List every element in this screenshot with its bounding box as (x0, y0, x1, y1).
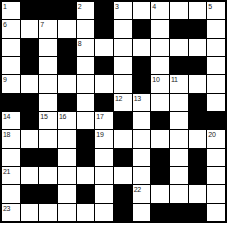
block-r11c5 (77, 185, 95, 202)
cell-r6c8[interactable]: 13 (133, 94, 151, 111)
cell-r2c2[interactable] (21, 20, 39, 37)
block-r7c12 (207, 112, 225, 129)
cell-r7c10[interactable] (170, 112, 188, 129)
cell-r4c12[interactable] (207, 57, 225, 74)
block-r9c3 (39, 149, 57, 166)
cell-r3c3[interactable] (39, 39, 57, 56)
cell-r9c6[interactable] (95, 149, 113, 166)
cell-r2c3[interactable]: 7 (39, 20, 57, 37)
cell-r11c9[interactable] (151, 185, 169, 202)
block-r4c11 (189, 57, 207, 74)
cell-r11c12[interactable] (207, 185, 225, 202)
cell-r8c1[interactable]: 18 (2, 130, 20, 147)
cell-r9c10[interactable] (170, 149, 188, 166)
cell-r8c7[interactable] (114, 130, 132, 147)
clue-number-8: 8 (78, 39, 82, 48)
clue-number-14: 14 (3, 112, 10, 121)
cell-r8c12[interactable]: 20 (207, 130, 225, 147)
clue-number-11: 11 (171, 75, 178, 84)
clue-number-20: 20 (208, 130, 215, 139)
cell-r12c3[interactable] (39, 204, 57, 221)
block-r5c8 (133, 75, 151, 92)
cell-r9c1[interactable] (2, 149, 20, 166)
cell-r12c4[interactable] (58, 204, 76, 221)
crossword-puzzle: 1234567891011121314151617181920212223 (0, 0, 229, 225)
cell-r5c2[interactable] (21, 75, 39, 92)
cell-r7c5[interactable] (77, 112, 95, 129)
clue-number-21: 21 (3, 167, 10, 176)
cell-r12c12[interactable] (207, 204, 225, 221)
cell-r5c6[interactable] (95, 75, 113, 92)
block-r2c8 (133, 20, 151, 37)
cell-r1c12[interactable]: 5 (207, 2, 225, 19)
cell-r9c4[interactable] (58, 149, 76, 166)
clue-number-15: 15 (40, 112, 47, 121)
cell-r5c5[interactable] (77, 75, 95, 92)
cell-r3c10[interactable] (170, 39, 188, 56)
cell-r5c1[interactable]: 9 (2, 75, 20, 92)
cell-r8c4[interactable] (58, 130, 76, 147)
block-r9c2 (21, 149, 39, 166)
cell-r3c5[interactable]: 8 (77, 39, 95, 56)
block-r4c6 (95, 57, 113, 74)
block-r1c4 (58, 2, 76, 19)
block-r11c2 (21, 185, 39, 202)
block-r6c1 (2, 94, 20, 111)
cell-r10c4[interactable] (58, 167, 76, 184)
cell-r3c9[interactable] (151, 39, 169, 56)
block-r4c4 (58, 57, 76, 74)
cell-r6c5[interactable] (77, 94, 95, 111)
clue-number-6: 6 (3, 20, 7, 29)
block-r3c2 (21, 39, 39, 56)
clue-number-13: 13 (134, 94, 141, 103)
cell-r8c11[interactable] (189, 130, 207, 147)
block-r2c11 (189, 20, 207, 37)
cell-r4c3[interactable] (39, 57, 57, 74)
block-r2c6 (95, 20, 113, 37)
block-r4c8 (133, 57, 151, 74)
block-r11c7 (114, 185, 132, 202)
cell-r8c6[interactable]: 19 (95, 130, 113, 147)
cell-r6c12[interactable] (207, 94, 225, 111)
cell-r2c4[interactable] (58, 20, 76, 37)
block-r6c4 (58, 94, 76, 111)
cell-r3c7[interactable] (114, 39, 132, 56)
cell-r2c7[interactable] (114, 20, 132, 37)
block-r6c11 (189, 94, 207, 111)
cell-r11c4[interactable] (58, 185, 76, 202)
block-r7c2 (21, 112, 39, 129)
cell-r3c11[interactable] (189, 39, 207, 56)
cell-r8c2[interactable] (21, 130, 39, 147)
cell-r1c10[interactable] (170, 2, 188, 19)
cell-r1c7[interactable]: 3 (114, 2, 132, 19)
block-r9c11 (189, 149, 207, 166)
cell-r4c9[interactable] (151, 57, 169, 74)
cell-r1c1[interactable]: 1 (2, 2, 20, 19)
cell-r10c12[interactable] (207, 167, 225, 184)
block-r6c6 (95, 94, 113, 111)
cell-r1c8[interactable] (133, 2, 151, 19)
cell-r5c9[interactable]: 10 (151, 75, 169, 92)
cell-r6c10[interactable] (170, 94, 188, 111)
block-r1c6 (95, 2, 113, 19)
block-r1c2 (21, 2, 39, 19)
block-r10c9 (151, 167, 169, 184)
clue-number-3: 3 (115, 2, 119, 11)
cell-r10c6[interactable] (95, 167, 113, 184)
cell-r3c6[interactable] (95, 39, 113, 56)
clue-number-2: 2 (78, 2, 82, 11)
cell-r5c10[interactable]: 11 (170, 75, 188, 92)
block-r7c7 (114, 112, 132, 129)
cell-r2c1[interactable]: 6 (2, 20, 20, 37)
cell-r8c3[interactable] (39, 130, 57, 147)
cell-r11c6[interactable] (95, 185, 113, 202)
cell-r7c3[interactable]: 15 (39, 112, 57, 129)
block-r2c10 (170, 20, 188, 37)
clue-number-19: 19 (96, 130, 103, 139)
cell-r12c6[interactable] (95, 204, 113, 221)
block-r6c2 (21, 94, 39, 111)
block-r4c10 (170, 57, 188, 74)
clue-number-17: 17 (96, 112, 103, 121)
block-r8c5 (77, 130, 95, 147)
cell-r4c1[interactable] (2, 57, 20, 74)
clue-number-5: 5 (208, 2, 212, 11)
cell-r10c8[interactable] (133, 167, 151, 184)
cell-r11c11[interactable] (189, 185, 207, 202)
cell-r10c7[interactable] (114, 167, 132, 184)
block-r12c7 (114, 204, 132, 221)
clue-number-16: 16 (59, 112, 66, 121)
cell-r9c12[interactable] (207, 149, 225, 166)
cell-r12c5[interactable] (77, 204, 95, 221)
cell-r6c3[interactable] (39, 94, 57, 111)
cell-r5c12[interactable] (207, 75, 225, 92)
cell-r4c7[interactable] (114, 57, 132, 74)
clue-number-23: 23 (3, 204, 10, 213)
clue-number-9: 9 (3, 75, 7, 84)
cell-r11c8[interactable]: 22 (133, 185, 151, 202)
cell-r3c1[interactable] (2, 39, 20, 56)
cell-r9c8[interactable] (133, 149, 151, 166)
cell-r10c2[interactable] (21, 167, 39, 184)
cell-r7c4[interactable]: 16 (58, 112, 76, 129)
block-r4c2 (21, 57, 39, 74)
cell-r1c11[interactable] (189, 2, 207, 19)
block-r11c3 (39, 185, 57, 202)
block-r1c3 (39, 2, 57, 19)
cell-r5c3[interactable] (39, 75, 57, 92)
cell-r3c12[interactable] (207, 39, 225, 56)
cell-r8c10[interactable] (170, 130, 188, 147)
block-r9c9 (151, 149, 169, 166)
cell-r2c9[interactable] (151, 20, 169, 37)
cell-r5c11[interactable] (189, 75, 207, 92)
cell-r10c1[interactable]: 21 (2, 167, 20, 184)
block-r9c5 (77, 149, 95, 166)
clue-number-22: 22 (134, 185, 141, 194)
cell-r5c7[interactable] (114, 75, 132, 92)
clue-number-12: 12 (115, 94, 122, 103)
cell-r10c3[interactable] (39, 167, 57, 184)
clue-number-4: 4 (152, 2, 156, 11)
cell-r4c5[interactable] (77, 57, 95, 74)
block-r10c11 (189, 167, 207, 184)
cell-r5c4[interactable] (58, 75, 76, 92)
cell-r7c6[interactable]: 17 (95, 112, 113, 129)
clue-number-18: 18 (3, 130, 10, 139)
block-r7c9 (151, 112, 169, 129)
block-r9c7 (114, 149, 132, 166)
cell-r1c9[interactable]: 4 (151, 2, 169, 19)
cell-r3c8[interactable] (133, 39, 151, 56)
block-r12c11 (189, 204, 207, 221)
cell-r10c5[interactable] (77, 167, 95, 184)
cell-r7c8[interactable] (133, 112, 151, 129)
cell-r12c1[interactable]: 23 (2, 204, 20, 221)
clue-number-7: 7 (40, 20, 44, 29)
block-r12c9 (151, 204, 169, 221)
cell-r12c2[interactable] (21, 204, 39, 221)
block-r12c10 (170, 204, 188, 221)
cell-r11c1[interactable] (2, 185, 20, 202)
cell-r2c5[interactable] (77, 20, 95, 37)
block-r7c11 (189, 112, 207, 129)
cell-r12c8[interactable] (133, 204, 151, 221)
cell-r2c12[interactable] (207, 20, 225, 37)
cell-r8c9[interactable] (151, 130, 169, 147)
cell-r11c10[interactable] (170, 185, 188, 202)
clue-number-10: 10 (152, 75, 159, 84)
clue-number-1: 1 (3, 2, 7, 11)
cell-r8c8[interactable] (133, 130, 151, 147)
cell-r6c9[interactable] (151, 94, 169, 111)
crossword-board: 1234567891011121314151617181920212223 (0, 0, 227, 223)
block-r3c4 (58, 39, 76, 56)
cell-r7c1[interactable]: 14 (2, 112, 20, 129)
cell-r1c5[interactable]: 2 (77, 2, 95, 19)
cell-r6c7[interactable]: 12 (114, 94, 132, 111)
cell-r10c10[interactable] (170, 167, 188, 184)
